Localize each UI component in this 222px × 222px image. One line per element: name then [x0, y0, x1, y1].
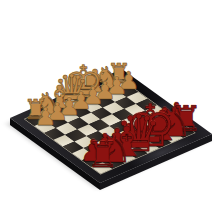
board-grid — [24, 77, 196, 174]
chess-board — [10, 69, 212, 183]
chess-set-photo: ♜♞♝♛♚♝♞♜♟♟♟♟♟♟♟♟♟♟♟♟♟♟♟♟♜♞♝♛♚♝♞♜ — [0, 0, 222, 222]
